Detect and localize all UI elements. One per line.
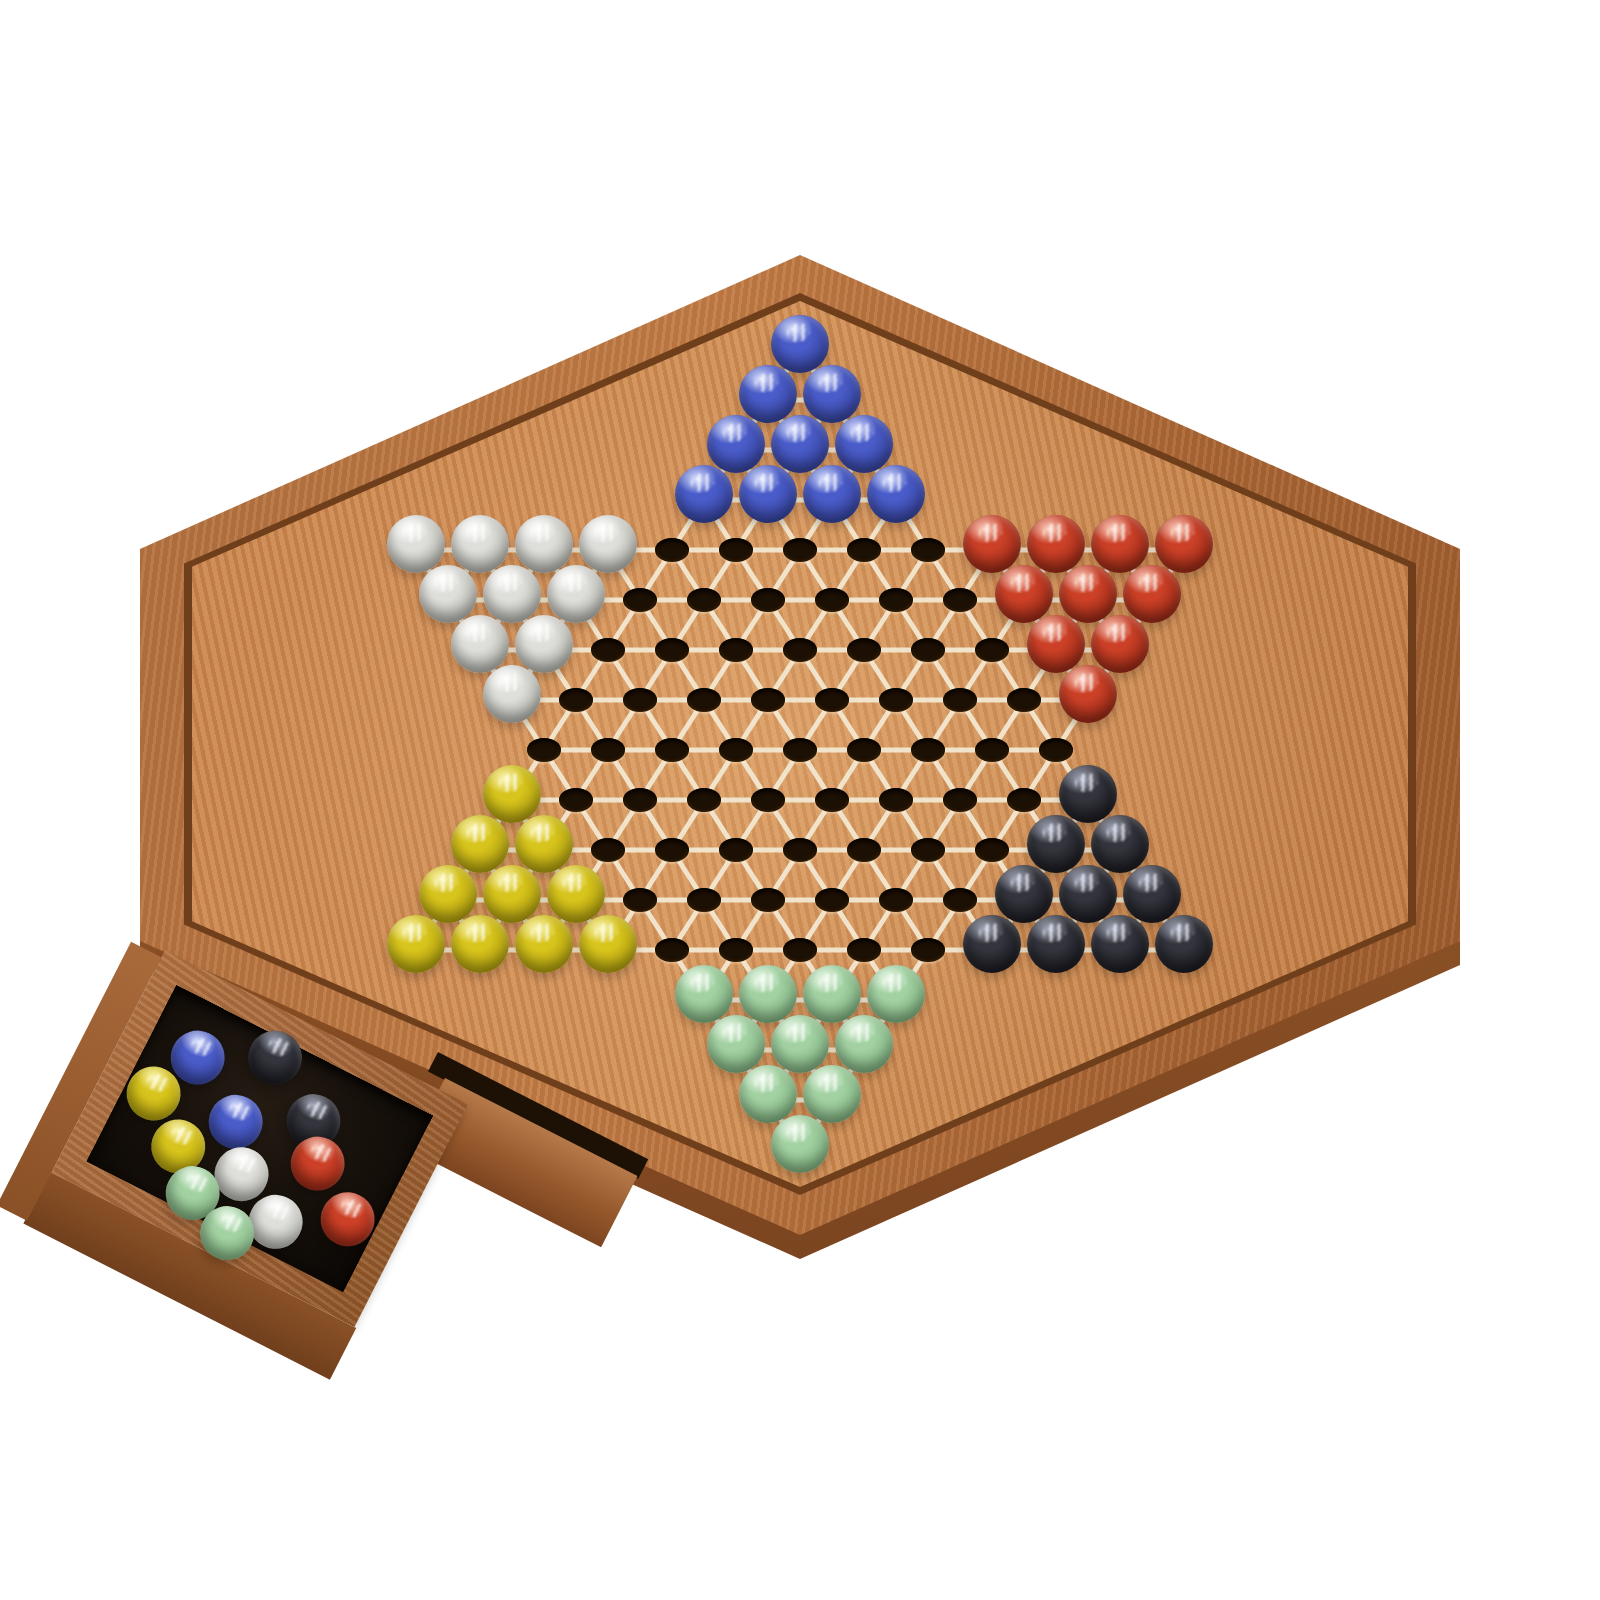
marble-blue[interactable]	[867, 465, 925, 523]
board-hole[interactable]	[943, 788, 977, 812]
marble-green[interactable]	[803, 1065, 861, 1123]
board-hole[interactable]	[751, 688, 785, 712]
board-hole[interactable]	[623, 888, 657, 912]
board-hole[interactable]	[815, 688, 849, 712]
marble-yellow[interactable]	[515, 915, 573, 973]
board-hole[interactable]	[911, 538, 945, 562]
marble-blue[interactable]	[675, 465, 733, 523]
marble-green[interactable]	[867, 965, 925, 1023]
marble-blue[interactable]	[803, 465, 861, 523]
board-hole[interactable]	[687, 688, 721, 712]
board-hole[interactable]	[655, 738, 689, 762]
board-hole[interactable]	[975, 638, 1009, 662]
marble-green[interactable]	[707, 1015, 765, 1073]
marble-white[interactable]	[547, 565, 605, 623]
marble-blue[interactable]	[739, 365, 797, 423]
marble-green[interactable]	[675, 965, 733, 1023]
marble-yellow[interactable]	[451, 915, 509, 973]
board-hole[interactable]	[591, 738, 625, 762]
board-hole[interactable]	[655, 838, 689, 862]
board-hole[interactable]	[559, 688, 593, 712]
marble-red[interactable]	[1059, 565, 1117, 623]
board-hole[interactable]	[1007, 788, 1041, 812]
marble-blue[interactable]	[771, 315, 829, 373]
board-hole[interactable]	[591, 638, 625, 662]
marble-yellow[interactable]	[451, 815, 509, 873]
marble-white[interactable]	[483, 565, 541, 623]
marble-red[interactable]	[1027, 615, 1085, 673]
marble-blue[interactable]	[835, 415, 893, 473]
marble-red[interactable]	[1059, 665, 1117, 723]
marble-black[interactable]	[1091, 815, 1149, 873]
marble-yellow[interactable]	[515, 815, 573, 873]
marble-black[interactable]	[1123, 865, 1181, 923]
board-hole[interactable]	[975, 738, 1009, 762]
board-hole[interactable]	[623, 588, 657, 612]
marble-blue[interactable]	[739, 465, 797, 523]
board-hole[interactable]	[847, 838, 881, 862]
marble-white[interactable]	[483, 665, 541, 723]
marble-white[interactable]	[515, 515, 573, 573]
marble-white[interactable]	[451, 515, 509, 573]
marble-red[interactable]	[1027, 515, 1085, 573]
board-hole[interactable]	[783, 738, 817, 762]
board-hole[interactable]	[591, 838, 625, 862]
board-hole[interactable]	[879, 588, 913, 612]
board-hole[interactable]	[623, 788, 657, 812]
marble-white[interactable]	[579, 515, 637, 573]
marble-black[interactable]	[1155, 915, 1213, 973]
marble-white[interactable]	[419, 565, 477, 623]
marble-black[interactable]	[1027, 815, 1085, 873]
marble-green[interactable]	[771, 1115, 829, 1173]
board-hole[interactable]	[559, 788, 593, 812]
board-hole[interactable]	[719, 538, 753, 562]
board-hole[interactable]	[687, 788, 721, 812]
board-hole[interactable]	[655, 938, 689, 962]
marble-green[interactable]	[739, 965, 797, 1023]
board-hole[interactable]	[943, 888, 977, 912]
board-hole[interactable]	[719, 638, 753, 662]
marble-black[interactable]	[1027, 915, 1085, 973]
board-hole[interactable]	[655, 638, 689, 662]
board-hole[interactable]	[943, 688, 977, 712]
marble-green[interactable]	[803, 965, 861, 1023]
marble-yellow[interactable]	[483, 865, 541, 923]
marble-blue[interactable]	[771, 415, 829, 473]
marble-white[interactable]	[515, 615, 573, 673]
board-hole[interactable]	[975, 838, 1009, 862]
marble-red[interactable]	[1091, 515, 1149, 573]
board-hole[interactable]	[879, 688, 913, 712]
board-hole[interactable]	[815, 588, 849, 612]
board-hole[interactable]	[879, 888, 913, 912]
board-hole[interactable]	[783, 938, 817, 962]
board-hole[interactable]	[783, 638, 817, 662]
marble-red[interactable]	[995, 565, 1053, 623]
marble-yellow[interactable]	[579, 915, 637, 973]
board-hole[interactable]	[527, 738, 561, 762]
board-hole[interactable]	[911, 738, 945, 762]
board-hole[interactable]	[719, 738, 753, 762]
marble-black[interactable]	[1091, 915, 1149, 973]
board-hole[interactable]	[687, 888, 721, 912]
board-hole[interactable]	[911, 838, 945, 862]
marble-white[interactable]	[451, 615, 509, 673]
marble-red[interactable]	[1091, 615, 1149, 673]
marble-red[interactable]	[963, 515, 1021, 573]
board-hole[interactable]	[847, 938, 881, 962]
board-hole[interactable]	[655, 538, 689, 562]
marble-black[interactable]	[1059, 765, 1117, 823]
marble-yellow[interactable]	[547, 865, 605, 923]
board-hole[interactable]	[847, 738, 881, 762]
marble-blue[interactable]	[707, 415, 765, 473]
board-hole[interactable]	[1007, 688, 1041, 712]
marble-green[interactable]	[739, 1065, 797, 1123]
marble-red[interactable]	[1155, 515, 1213, 573]
board-hole[interactable]	[751, 788, 785, 812]
marble-white[interactable]	[387, 515, 445, 573]
board-hole[interactable]	[719, 838, 753, 862]
marble-green[interactable]	[835, 1015, 893, 1073]
board-hole[interactable]	[783, 538, 817, 562]
board-hole[interactable]	[847, 538, 881, 562]
board-hole[interactable]	[1039, 738, 1073, 762]
marble-black[interactable]	[995, 865, 1053, 923]
board-hole[interactable]	[911, 638, 945, 662]
board-hole[interactable]	[943, 588, 977, 612]
marble-yellow[interactable]	[483, 765, 541, 823]
product-photo	[0, 0, 1600, 1600]
board-hole[interactable]	[815, 888, 849, 912]
marble-green[interactable]	[771, 1015, 829, 1073]
board-hole[interactable]	[847, 638, 881, 662]
board-hole[interactable]	[879, 788, 913, 812]
board-hole[interactable]	[815, 788, 849, 812]
marble-black[interactable]	[963, 915, 1021, 973]
marble-yellow[interactable]	[387, 915, 445, 973]
marble-red[interactable]	[1123, 565, 1181, 623]
board-hole[interactable]	[751, 588, 785, 612]
board-hole[interactable]	[623, 688, 657, 712]
board-hole[interactable]	[911, 938, 945, 962]
board-hole[interactable]	[783, 838, 817, 862]
marble-yellow[interactable]	[419, 865, 477, 923]
board-hole[interactable]	[719, 938, 753, 962]
marble-black[interactable]	[1059, 865, 1117, 923]
board-hole[interactable]	[751, 888, 785, 912]
board-hole[interactable]	[687, 588, 721, 612]
marble-blue[interactable]	[803, 365, 861, 423]
